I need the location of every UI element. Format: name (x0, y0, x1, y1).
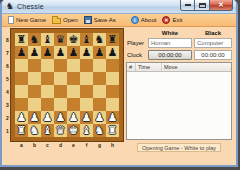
file-label-h: h (106, 141, 119, 149)
black-king: ♚ (69, 33, 79, 46)
black-knight: ♞ (95, 33, 105, 46)
square-c3[interactable] (41, 98, 54, 111)
square-a6[interactable] (15, 59, 28, 72)
rank-labels: 87654321 (4, 29, 11, 137)
square-f2[interactable]: ♟ (80, 111, 93, 124)
white-knight: ♞ (95, 124, 105, 137)
black-pawn: ♟ (43, 46, 53, 59)
black-column-header: Black (194, 30, 232, 36)
rank-label-5: 5 (4, 72, 11, 85)
square-a4[interactable] (15, 85, 28, 98)
titlebar[interactable]: ♞ Chessie ✕ (2, 0, 236, 14)
square-b6[interactable] (28, 59, 41, 72)
black-bishop: ♝ (82, 33, 92, 46)
toolbar-button-label: Exit (172, 17, 182, 23)
square-c6[interactable] (41, 59, 54, 72)
white-king: ♚ (69, 124, 79, 137)
square-e6[interactable] (67, 59, 80, 72)
square-d5[interactable] (54, 72, 67, 85)
file-label-g: g (93, 141, 106, 149)
rank-label-7: 7 (4, 46, 11, 59)
square-h1[interactable]: ♜ (106, 124, 119, 137)
square-c1[interactable]: ♝ (41, 124, 54, 137)
toolbar-button-label: About (141, 17, 157, 23)
move-list-header: #TimeMove (127, 63, 231, 72)
rank-label-2: 2 (4, 111, 11, 124)
window-title: Chessie (17, 3, 44, 10)
square-b1[interactable]: ♞ (28, 124, 41, 137)
square-d3[interactable] (54, 98, 67, 111)
square-f1[interactable]: ♝ (80, 124, 93, 137)
file-labels: abcdefgh (15, 141, 123, 149)
black-pawn: ♟ (30, 46, 40, 59)
square-a8[interactable]: ♜ (15, 33, 28, 46)
square-f8[interactable]: ♝ (80, 33, 93, 46)
toolbar-button-exit[interactable]: Exit (159, 15, 185, 25)
black-pawn: ♟ (56, 46, 66, 59)
screen: ♞ Chessie ✕ New GameOpenSave AsAboutExit… (0, 0, 240, 170)
toolbar-button-open[interactable]: Open (49, 15, 81, 25)
rank-label-6: 6 (4, 59, 11, 72)
app-window: ♞ Chessie ✕ New GameOpenSave AsAboutExit… (0, 0, 238, 167)
black-pawn: ♟ (95, 46, 105, 59)
square-d1[interactable]: ♛ (54, 124, 67, 137)
game-info-panel: White Black Player Clock 00:00:00 00:00:… (126, 29, 232, 152)
file-label-f: f (80, 141, 93, 149)
white-pawn: ♟ (108, 111, 118, 124)
square-b4[interactable] (28, 85, 41, 98)
square-e5[interactable] (67, 72, 80, 85)
close-button[interactable]: ✕ (210, 0, 233, 11)
square-e7[interactable]: ♟ (67, 46, 80, 59)
black-pawn: ♟ (108, 46, 118, 59)
maximize-button[interactable] (195, 0, 210, 11)
client-area: 87654321 ♜♞♝♛♚♝♞♜♟♟♟♟♟♟♟♟♟♟♟♟♟♟♟♟♜♞♝♛♚♝♞… (2, 27, 236, 152)
open-folder-icon (52, 18, 61, 24)
white-pawn: ♟ (43, 111, 53, 124)
square-f6[interactable] (80, 59, 93, 72)
player-label: Player (126, 40, 146, 46)
white-rook: ♜ (108, 124, 118, 137)
square-g7[interactable]: ♟ (93, 46, 106, 59)
app-knight-icon: ♞ (6, 2, 14, 11)
toolbar-button-new-game[interactable]: New Game (5, 15, 49, 25)
square-g6[interactable] (93, 59, 106, 72)
square-b8[interactable]: ♞ (28, 33, 41, 46)
black-rook: ♜ (17, 33, 27, 46)
black-queen: ♛ (56, 33, 66, 46)
square-f4[interactable] (80, 85, 93, 98)
square-h2[interactable]: ♟ (106, 111, 119, 124)
movelist-header-num: # (127, 63, 136, 71)
file-label-b: b (28, 141, 41, 149)
square-a7[interactable]: ♟ (15, 46, 28, 59)
square-f5[interactable] (80, 72, 93, 85)
exit-icon (162, 16, 170, 24)
toolbar-button-save-as[interactable]: Save As (81, 15, 119, 25)
about-info-icon (131, 16, 139, 24)
square-e1[interactable]: ♚ (67, 124, 80, 137)
square-h3[interactable] (106, 98, 119, 111)
white-pawn: ♟ (30, 111, 40, 124)
square-c2[interactable]: ♟ (41, 111, 54, 124)
rank-label-1: 1 (4, 124, 11, 137)
square-d8[interactable]: ♛ (54, 33, 67, 46)
clock-label: Clock (126, 52, 146, 58)
square-g5[interactable] (93, 72, 106, 85)
minimize-button[interactable] (180, 0, 195, 11)
white-knight: ♞ (30, 124, 40, 137)
square-a5[interactable] (15, 72, 28, 85)
square-f7[interactable]: ♟ (80, 46, 93, 59)
square-d4[interactable] (54, 85, 67, 98)
status-text: Opening Game - White to play (142, 145, 216, 151)
square-a1[interactable]: ♜ (15, 124, 28, 137)
toolbar-button-about[interactable]: About (128, 15, 160, 25)
file-label-a: a (15, 141, 28, 149)
white-pawn: ♟ (82, 111, 92, 124)
black-clock: 00:00:00 (194, 50, 232, 60)
black-pawn: ♟ (82, 46, 92, 59)
black-knight: ♞ (30, 33, 40, 46)
toolbar-button-label: Open (63, 17, 78, 23)
square-f3[interactable] (80, 98, 93, 111)
file-label-c: c (41, 141, 54, 149)
file-label-d: d (54, 141, 67, 149)
white-column-header: White (148, 30, 192, 36)
rank-label-4: 4 (4, 85, 11, 98)
board-area: 87654321 ♜♞♝♛♚♝♞♜♟♟♟♟♟♟♟♟♟♟♟♟♟♟♟♟♜♞♝♛♚♝♞… (4, 29, 123, 149)
status-bar: Opening Game - White to play (137, 143, 221, 152)
white-player-input[interactable] (148, 38, 192, 48)
square-c7[interactable]: ♟ (41, 46, 54, 59)
white-pawn: ♟ (17, 111, 27, 124)
toolbar-button-label: Save As (94, 17, 116, 23)
white-rook: ♜ (17, 124, 27, 137)
square-e3[interactable] (67, 98, 80, 111)
square-g1[interactable]: ♞ (93, 124, 106, 137)
square-c5[interactable] (41, 72, 54, 85)
square-e8[interactable]: ♚ (67, 33, 80, 46)
square-d6[interactable] (54, 59, 67, 72)
white-clock: 00:00:00 (148, 50, 192, 60)
white-pawn: ♟ (69, 111, 79, 124)
square-e2[interactable]: ♟ (67, 111, 80, 124)
move-list[interactable]: #TimeMove (126, 62, 232, 140)
chess-board: ♜♞♝♛♚♝♞♜♟♟♟♟♟♟♟♟♟♟♟♟♟♟♟♟♜♞♝♛♚♝♞♜ (11, 29, 123, 141)
window-controls: ✕ (180, 0, 233, 11)
white-pawn: ♟ (95, 111, 105, 124)
square-h6[interactable] (106, 59, 119, 72)
white-queen: ♛ (56, 124, 66, 137)
minimize-icon (185, 4, 191, 6)
square-g8[interactable]: ♞ (93, 33, 106, 46)
square-g3[interactable] (93, 98, 106, 111)
square-d7[interactable]: ♟ (54, 46, 67, 59)
file-label-e: e (67, 141, 80, 149)
square-h5[interactable] (106, 72, 119, 85)
square-a2[interactable]: ♟ (15, 111, 28, 124)
square-c8[interactable]: ♝ (41, 33, 54, 46)
black-pawn: ♟ (69, 46, 79, 59)
square-a3[interactable] (15, 98, 28, 111)
white-bishop: ♝ (82, 124, 92, 137)
black-rook: ♜ (108, 33, 118, 46)
square-h7[interactable]: ♟ (106, 46, 119, 59)
black-player-input[interactable] (194, 38, 232, 48)
square-g2[interactable]: ♟ (93, 111, 106, 124)
square-h8[interactable]: ♜ (106, 33, 119, 46)
square-g4[interactable] (93, 85, 106, 98)
black-pawn: ♟ (17, 46, 27, 59)
square-e4[interactable] (67, 85, 80, 98)
movelist-header-time: Time (136, 63, 162, 71)
white-bishop: ♝ (43, 124, 53, 137)
square-h4[interactable] (106, 85, 119, 98)
square-d2[interactable]: ♟ (54, 111, 67, 124)
new-game-document-icon (8, 16, 14, 24)
square-b2[interactable]: ♟ (28, 111, 41, 124)
rank-label-3: 3 (4, 98, 11, 111)
toolbar: New GameOpenSave AsAboutExit (2, 14, 236, 27)
movelist-header-move: Move (162, 63, 231, 71)
square-c4[interactable] (41, 85, 54, 98)
square-b5[interactable] (28, 72, 41, 85)
save-as-disk-icon (84, 16, 92, 24)
black-bishop: ♝ (43, 33, 53, 46)
white-pawn: ♟ (56, 111, 66, 124)
move-list-body (127, 72, 231, 141)
rank-label-8: 8 (4, 33, 11, 46)
square-b7[interactable]: ♟ (28, 46, 41, 59)
square-b3[interactable] (28, 98, 41, 111)
maximize-icon (199, 3, 206, 8)
toolbar-button-label: New Game (16, 17, 46, 23)
